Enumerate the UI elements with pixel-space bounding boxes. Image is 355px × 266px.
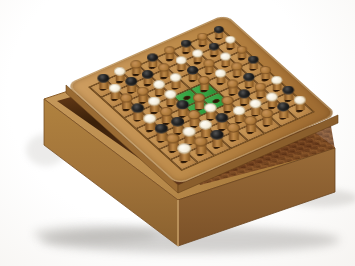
peg-top — [159, 63, 170, 72]
peg-top — [188, 110, 201, 120]
peg-top — [131, 60, 142, 69]
peg-natural[interactable] — [254, 82, 266, 100]
peg-top — [282, 86, 294, 95]
peg-top — [277, 102, 289, 111]
peg-top — [137, 87, 149, 96]
peg-top — [243, 73, 254, 82]
peg-top — [147, 53, 158, 61]
peg-top — [164, 46, 175, 54]
peg-top — [165, 90, 177, 99]
peg-top — [214, 26, 224, 33]
peg-top — [254, 82, 266, 91]
peg-top — [294, 95, 306, 104]
peg-top — [216, 113, 229, 123]
peg-top — [227, 123, 240, 133]
peg-top — [226, 79, 238, 88]
peg-top — [176, 100, 188, 109]
peg-black[interactable] — [97, 74, 109, 93]
peg-top — [153, 80, 165, 89]
peg-top — [182, 126, 195, 136]
peg-top — [160, 107, 173, 117]
peg-top — [204, 103, 216, 112]
peg-top — [177, 143, 191, 153]
peg-top — [260, 109, 272, 118]
peg-top — [238, 89, 250, 98]
peg-top — [197, 33, 207, 41]
peg-top — [143, 113, 156, 123]
peg-top — [232, 106, 244, 115]
peg-black[interactable] — [187, 66, 198, 84]
peg-top — [170, 73, 182, 82]
peg-top — [249, 99, 261, 108]
peg-top — [142, 70, 154, 79]
peg-top — [271, 76, 282, 85]
peg-top — [166, 133, 180, 143]
peg-top — [199, 120, 212, 130]
peg-top — [154, 123, 167, 133]
peg-top — [210, 130, 223, 140]
peg-top — [259, 66, 270, 74]
peg-top — [181, 40, 192, 48]
peg-top — [244, 116, 257, 126]
peg-top — [148, 97, 160, 106]
peg-top — [193, 93, 205, 102]
product-photo-scene — [0, 0, 355, 266]
peg-top — [221, 96, 233, 105]
peg-top — [171, 117, 184, 127]
peg-top — [194, 136, 208, 146]
peg-top — [97, 74, 109, 83]
peg-top — [266, 92, 278, 101]
